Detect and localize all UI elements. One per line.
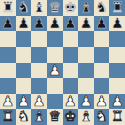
piece-white-knight: ♞	[95, 109, 108, 125]
piece-black-pawn: ♟	[80, 16, 93, 32]
square-f4[interactable]	[78, 63, 94, 79]
square-b3[interactable]	[16, 78, 32, 94]
square-h4[interactable]	[109, 63, 125, 79]
square-e4[interactable]	[63, 63, 79, 79]
square-f8[interactable]: ♝	[78, 0, 94, 16]
square-a5[interactable]	[0, 47, 16, 63]
square-a1[interactable]: ♜	[0, 109, 16, 125]
square-c4[interactable]	[31, 63, 47, 79]
square-g1[interactable]: ♞	[94, 109, 110, 125]
square-b7[interactable]: ♟	[16, 16, 32, 32]
square-d5[interactable]	[47, 47, 63, 63]
square-h2[interactable]: ♟	[109, 94, 125, 110]
piece-white-queen: ♛	[48, 109, 61, 125]
piece-black-rook: ♜	[111, 0, 124, 16]
piece-white-knight: ♞	[17, 109, 30, 125]
piece-black-king: ♚	[64, 0, 77, 16]
square-e7[interactable]: ♟	[63, 16, 79, 32]
square-h1[interactable]: ♜	[109, 109, 125, 125]
square-d8[interactable]: ♛	[47, 0, 63, 16]
square-d6[interactable]	[47, 31, 63, 47]
square-g4[interactable]	[94, 63, 110, 79]
piece-white-pawn: ♟	[64, 94, 77, 110]
square-c1[interactable]: ♝	[31, 109, 47, 125]
square-c3[interactable]	[31, 78, 47, 94]
square-d3[interactable]	[47, 78, 63, 94]
square-g8[interactable]: ♞	[94, 0, 110, 16]
square-a4[interactable]	[0, 63, 16, 79]
square-b4[interactable]	[16, 63, 32, 79]
piece-black-knight: ♞	[17, 0, 30, 16]
piece-white-bishop: ♝	[33, 109, 46, 125]
square-h6[interactable]	[109, 31, 125, 47]
piece-black-queen: ♛	[48, 0, 61, 16]
square-e3[interactable]	[63, 78, 79, 94]
chess-board: ♜♞♝♛♚♝♞♜♟♟♟♟♟♟♟♟♟♟♟♟♟♟♟♟♜♞♝♛♚♝♞♜	[0, 0, 125, 125]
piece-black-pawn: ♟	[17, 16, 30, 32]
square-c8[interactable]: ♝	[31, 0, 47, 16]
square-a7[interactable]: ♟	[0, 16, 16, 32]
piece-white-rook: ♜	[111, 109, 124, 125]
square-g7[interactable]: ♟	[94, 16, 110, 32]
square-d2[interactable]	[47, 94, 63, 110]
piece-black-pawn: ♟	[48, 16, 61, 32]
square-f6[interactable]	[78, 31, 94, 47]
square-h8[interactable]: ♜	[109, 0, 125, 16]
square-f2[interactable]: ♟	[78, 94, 94, 110]
square-f1[interactable]: ♝	[78, 109, 94, 125]
square-c6[interactable]	[31, 31, 47, 47]
piece-white-pawn: ♟	[95, 94, 108, 110]
square-d7[interactable]: ♟	[47, 16, 63, 32]
square-h3[interactable]	[109, 78, 125, 94]
square-d1[interactable]: ♛	[47, 109, 63, 125]
square-b8[interactable]: ♞	[16, 0, 32, 16]
square-a8[interactable]: ♜	[0, 0, 16, 16]
piece-black-bishop: ♝	[80, 0, 93, 16]
square-h5[interactable]	[109, 47, 125, 63]
piece-black-bishop: ♝	[33, 0, 46, 16]
piece-black-rook: ♜	[2, 0, 15, 16]
square-b2[interactable]: ♟	[16, 94, 32, 110]
square-e8[interactable]: ♚	[63, 0, 79, 16]
square-e5[interactable]	[63, 47, 79, 63]
piece-white-rook: ♜	[2, 109, 15, 125]
square-b1[interactable]: ♞	[16, 109, 32, 125]
square-f7[interactable]: ♟	[78, 16, 94, 32]
piece-black-pawn: ♟	[2, 16, 15, 32]
square-g6[interactable]	[94, 31, 110, 47]
square-f3[interactable]	[78, 78, 94, 94]
piece-black-knight: ♞	[95, 0, 108, 16]
piece-white-pawn: ♟	[80, 94, 93, 110]
square-c2[interactable]: ♟	[31, 94, 47, 110]
piece-white-pawn: ♟	[33, 94, 46, 110]
square-b5[interactable]	[16, 47, 32, 63]
square-e6[interactable]	[63, 31, 79, 47]
square-f5[interactable]	[78, 47, 94, 63]
square-c7[interactable]: ♟	[31, 16, 47, 32]
piece-white-bishop: ♝	[80, 109, 93, 125]
square-g3[interactable]	[94, 78, 110, 94]
piece-black-pawn: ♟	[33, 16, 46, 32]
square-g2[interactable]: ♟	[94, 94, 110, 110]
piece-white-pawn: ♟	[111, 94, 124, 110]
piece-white-pawn: ♟	[17, 94, 30, 110]
square-a2[interactable]: ♟	[0, 94, 16, 110]
square-c5[interactable]	[31, 47, 47, 63]
square-h7[interactable]: ♟	[109, 16, 125, 32]
piece-white-king: ♚	[64, 109, 77, 125]
square-g5[interactable]	[94, 47, 110, 63]
square-a3[interactable]	[0, 78, 16, 94]
square-d4[interactable]: ♟	[47, 63, 63, 79]
piece-black-pawn: ♟	[111, 16, 124, 32]
square-e2[interactable]: ♟	[63, 94, 79, 110]
square-e1[interactable]: ♚	[63, 109, 79, 125]
square-a6[interactable]	[0, 31, 16, 47]
square-b6[interactable]	[16, 31, 32, 47]
piece-white-pawn: ♟	[48, 63, 61, 79]
piece-white-pawn: ♟	[2, 94, 15, 110]
piece-black-pawn: ♟	[64, 16, 77, 32]
piece-black-pawn: ♟	[95, 16, 108, 32]
